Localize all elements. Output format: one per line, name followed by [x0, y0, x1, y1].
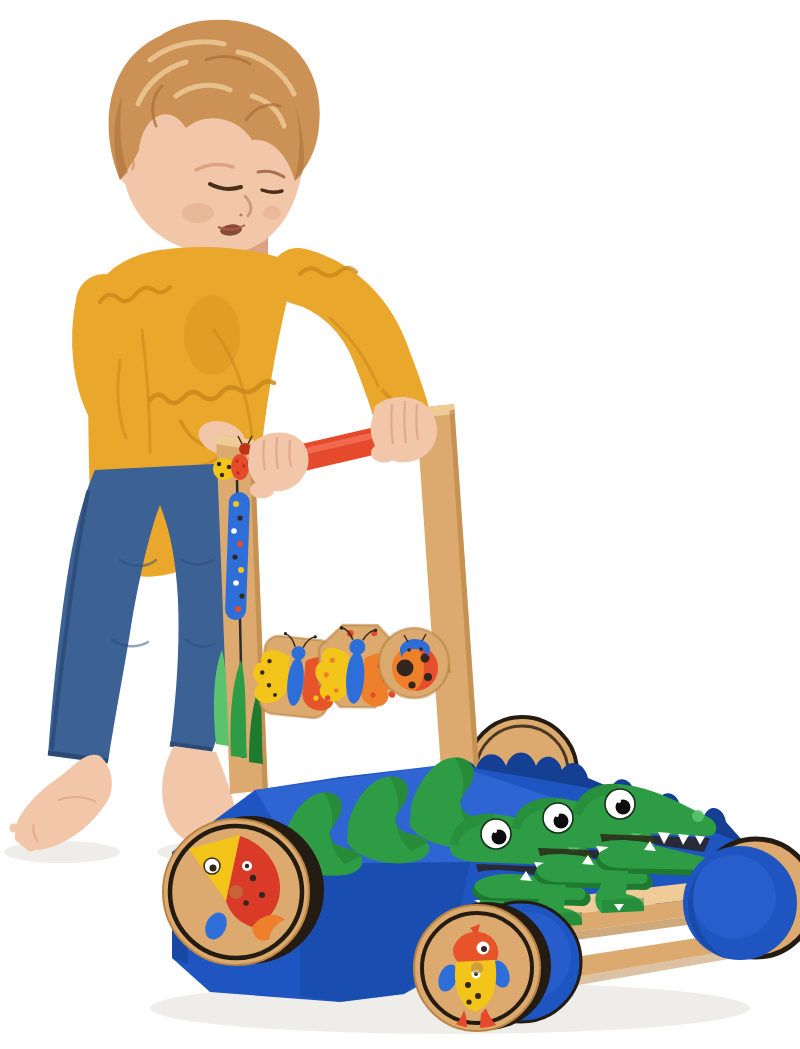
ladybug-block-round[interactable]: [379, 628, 449, 698]
right-hand: [371, 397, 437, 462]
caterpillar-decal: [225, 492, 250, 621]
cheek: [182, 203, 214, 223]
front-left-wheel: [163, 816, 324, 965]
photo-canvas: [0, 0, 800, 1049]
product-photo: [0, 0, 800, 1049]
